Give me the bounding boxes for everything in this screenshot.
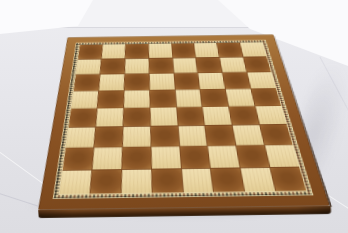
square-e8 [171, 44, 195, 58]
square-g2 [237, 146, 270, 168]
square-h4 [256, 106, 287, 125]
square-e6 [174, 73, 200, 89]
square-c5 [124, 90, 150, 107]
square-f4 [203, 107, 232, 126]
square-d6 [149, 73, 174, 89]
square-h7 [244, 57, 271, 72]
square-e1 [181, 169, 213, 193]
square-d2 [151, 147, 180, 169]
square-c2 [122, 147, 151, 169]
square-f7 [196, 57, 222, 72]
square-d3 [151, 126, 179, 146]
square-g4 [229, 106, 259, 125]
square-g6 [223, 72, 251, 88]
square-b8 [102, 45, 125, 59]
square-b3 [94, 127, 122, 147]
square-h2 [265, 145, 299, 167]
square-f8 [194, 43, 219, 57]
square-h3 [260, 125, 292, 145]
square-e3 [178, 126, 207, 146]
square-h1 [271, 167, 307, 191]
square-a5 [71, 91, 98, 108]
square-h6 [247, 72, 275, 88]
chessboard-product-photo [0, 0, 348, 233]
square-f2 [208, 146, 240, 168]
square-b1 [90, 170, 121, 194]
square-b2 [92, 148, 121, 170]
square-a1 [59, 170, 91, 194]
square-e5 [175, 89, 202, 106]
square-d1 [152, 169, 183, 193]
square-e7 [173, 58, 198, 73]
chess-board [38, 34, 330, 210]
square-g3 [233, 125, 264, 145]
square-b6 [99, 74, 124, 90]
square-a7 [76, 59, 101, 74]
board-perspective-wrapper [15, 0, 330, 210]
square-c4 [123, 108, 150, 127]
square-a6 [74, 74, 100, 90]
square-c3 [123, 127, 151, 147]
square-a2 [63, 148, 94, 170]
square-a4 [69, 108, 97, 127]
square-d4 [150, 107, 177, 126]
square-f3 [205, 126, 235, 146]
square-b7 [100, 59, 124, 74]
square-f6 [198, 73, 225, 89]
square-g1 [241, 168, 275, 192]
square-c6 [124, 74, 149, 90]
square-f1 [211, 168, 244, 192]
square-a3 [66, 127, 95, 147]
square-c8 [125, 44, 148, 58]
square-d5 [150, 90, 176, 107]
square-a8 [78, 45, 102, 59]
square-b5 [97, 90, 123, 107]
square-d7 [149, 58, 173, 73]
square-e4 [176, 107, 204, 126]
square-e2 [180, 146, 210, 168]
square-b4 [96, 108, 123, 127]
square-c7 [125, 58, 149, 73]
square-g7 [220, 57, 246, 72]
square-c1 [121, 170, 151, 194]
square-h8 [240, 43, 266, 57]
square-d8 [149, 44, 172, 58]
